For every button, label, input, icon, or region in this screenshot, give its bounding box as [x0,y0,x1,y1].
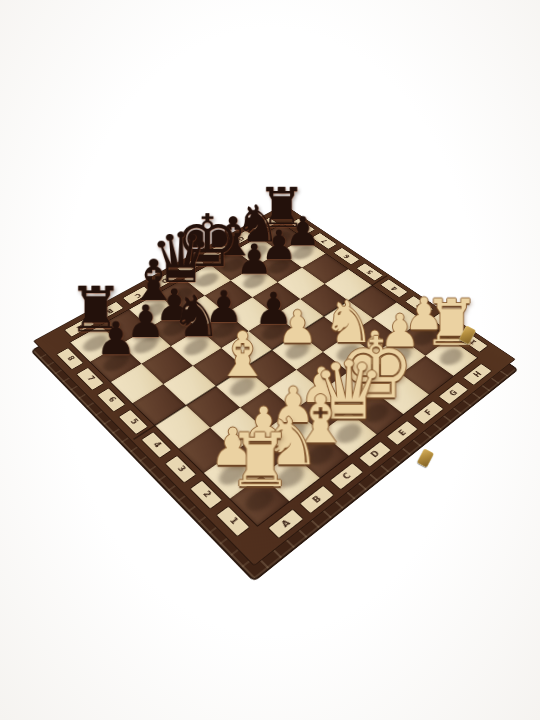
piece-glyph: ♜ [212,423,307,500]
piece-glyph: ♟ [217,238,292,282]
scene: AA11BB22CC33DD44EE55FF66GG77HH88 ♜♝♛♚♝♞♜… [0,0,540,720]
piece-glyph: ♜ [410,290,492,357]
chess-board: AA11BB22CC33DD44EE55FF66GG77HH88 ♜♝♛♚♝♞♜… [33,204,516,566]
product-photo-stage: AA11BB22CC33DD44EE55FF66GG77HH88 ♜♝♛♚♝♞♜… [0,0,540,720]
piece-glyph: ♟ [75,315,157,363]
